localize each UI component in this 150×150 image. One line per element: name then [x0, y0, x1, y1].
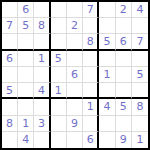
cell-r8c6[interactable] [83, 116, 99, 132]
cell-r2c9[interactable] [132, 18, 148, 34]
cell-r1c7[interactable] [99, 2, 115, 18]
cell-r8c2[interactable]: 1 [18, 116, 34, 132]
cell-r2c5[interactable]: 2 [67, 18, 83, 34]
cell-r7c9[interactable]: 8 [132, 99, 148, 115]
cell-r5c9[interactable]: 5 [132, 67, 148, 83]
cell-r2c6[interactable] [83, 18, 99, 34]
cell-r5c3[interactable] [34, 67, 50, 83]
cell-r1c1[interactable] [2, 2, 18, 18]
cell-r6c6[interactable] [83, 83, 99, 99]
cell-r3c7[interactable]: 5 [99, 34, 115, 50]
cell-r5c7[interactable]: 1 [99, 67, 115, 83]
cell-r9c7[interactable] [99, 132, 115, 148]
cell-r2c7[interactable] [99, 18, 115, 34]
cell-r4c5[interactable] [67, 51, 83, 67]
cell-r9c5[interactable] [67, 132, 83, 148]
cell-r3c5[interactable] [67, 34, 83, 50]
cell-r1c2[interactable]: 6 [18, 2, 34, 18]
cell-r9c8[interactable]: 9 [116, 132, 132, 148]
cell-r1c6[interactable]: 7 [83, 2, 99, 18]
cell-r3c9[interactable]: 7 [132, 34, 148, 50]
cell-r6c5[interactable] [67, 83, 83, 99]
cell-r6c2[interactable] [18, 83, 34, 99]
cell-r9c1[interactable] [2, 132, 18, 148]
cell-r7c5[interactable] [67, 99, 83, 115]
cell-r7c6[interactable]: 1 [83, 99, 99, 115]
cell-r7c7[interactable]: 4 [99, 99, 115, 115]
cell-r1c3[interactable] [34, 2, 50, 18]
cell-r6c9[interactable] [132, 83, 148, 99]
cell-r1c4[interactable] [51, 2, 67, 18]
cell-r4c1[interactable]: 6 [2, 51, 18, 67]
cell-r8c9[interactable] [132, 116, 148, 132]
sudoku-board: 672475828567615615541145881394691 [0, 0, 150, 150]
cell-r8c4[interactable] [51, 116, 67, 132]
cell-r4c3[interactable]: 1 [34, 51, 50, 67]
cell-r3c8[interactable]: 6 [116, 34, 132, 50]
cell-r8c7[interactable] [99, 116, 115, 132]
cell-r6c7[interactable] [99, 83, 115, 99]
cell-r9c3[interactable] [34, 132, 50, 148]
cell-r5c2[interactable] [18, 67, 34, 83]
cell-r4c2[interactable] [18, 51, 34, 67]
cell-r5c6[interactable] [83, 67, 99, 83]
cell-r5c5[interactable]: 6 [67, 67, 83, 83]
cell-r2c3[interactable]: 8 [34, 18, 50, 34]
cell-r4c7[interactable] [99, 51, 115, 67]
cell-r6c8[interactable] [116, 83, 132, 99]
cell-r1c5[interactable] [67, 2, 83, 18]
cell-r9c4[interactable] [51, 132, 67, 148]
cell-r4c9[interactable] [132, 51, 148, 67]
cell-r3c6[interactable]: 8 [83, 34, 99, 50]
cell-r4c8[interactable] [116, 51, 132, 67]
cell-r7c2[interactable] [18, 99, 34, 115]
cell-r3c1[interactable] [2, 34, 18, 50]
cell-r7c4[interactable] [51, 99, 67, 115]
cell-r2c1[interactable]: 7 [2, 18, 18, 34]
cell-r7c1[interactable] [2, 99, 18, 115]
cell-r2c8[interactable] [116, 18, 132, 34]
cell-r3c4[interactable] [51, 34, 67, 50]
cell-r4c4[interactable]: 5 [51, 51, 67, 67]
cell-r5c4[interactable] [51, 67, 67, 83]
cell-r7c8[interactable]: 5 [116, 99, 132, 115]
cell-r4c6[interactable] [83, 51, 99, 67]
cell-r6c4[interactable]: 1 [51, 83, 67, 99]
cell-r8c5[interactable]: 9 [67, 116, 83, 132]
cell-r3c3[interactable] [34, 34, 50, 50]
cell-r5c1[interactable] [2, 67, 18, 83]
cell-r1c9[interactable]: 4 [132, 2, 148, 18]
cell-r9c6[interactable]: 6 [83, 132, 99, 148]
cell-r8c8[interactable] [116, 116, 132, 132]
cell-r7c3[interactable] [34, 99, 50, 115]
cell-r8c1[interactable]: 8 [2, 116, 18, 132]
cell-r5c8[interactable] [116, 67, 132, 83]
cell-r3c2[interactable] [18, 34, 34, 50]
cell-r6c3[interactable]: 4 [34, 83, 50, 99]
cell-r1c8[interactable]: 2 [116, 2, 132, 18]
cell-r9c2[interactable]: 4 [18, 132, 34, 148]
cell-r8c3[interactable]: 3 [34, 116, 50, 132]
cell-r2c4[interactable] [51, 18, 67, 34]
cell-r2c2[interactable]: 5 [18, 18, 34, 34]
cell-r9c9[interactable]: 1 [132, 132, 148, 148]
cell-r6c1[interactable]: 5 [2, 83, 18, 99]
